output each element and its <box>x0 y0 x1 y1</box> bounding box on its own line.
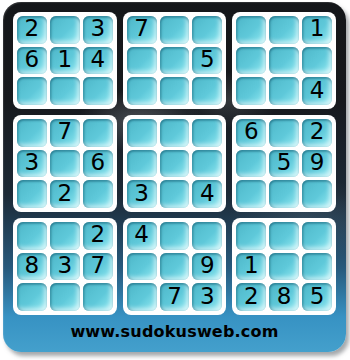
cell-r4c9[interactable]: 2 <box>302 119 332 147</box>
cell-r1c4[interactable]: 7 <box>127 16 157 44</box>
cell-r6c9[interactable] <box>302 180 332 208</box>
cell-r5c7[interactable] <box>236 150 266 178</box>
box-3-3: 1285 <box>232 218 336 315</box>
cell-r6c5[interactable] <box>160 180 190 208</box>
box-3-2: 4973 <box>123 218 227 315</box>
box-3-1: 2837 <box>13 218 117 315</box>
cell-r7c2[interactable] <box>50 222 80 250</box>
cell-r4c3[interactable] <box>83 119 113 147</box>
cell-r7c1[interactable] <box>17 222 47 250</box>
cell-r9c4[interactable] <box>127 283 157 311</box>
cell-r9c6[interactable]: 3 <box>192 283 222 311</box>
cell-digit: 6 <box>244 120 259 143</box>
cell-digit: 3 <box>134 182 149 205</box>
cell-r6c3[interactable] <box>83 180 113 208</box>
cell-r5c4[interactable] <box>127 150 157 178</box>
cell-r1c7[interactable] <box>236 16 266 44</box>
cell-digit: 5 <box>310 285 325 308</box>
box-2-2: 34 <box>123 115 227 212</box>
cell-r8c1[interactable]: 8 <box>17 253 47 281</box>
cell-r6c7[interactable] <box>236 180 266 208</box>
cell-r6c8[interactable] <box>269 180 299 208</box>
cell-digit: 9 <box>310 151 325 174</box>
cell-digit: 1 <box>310 17 325 40</box>
cell-r4c7[interactable]: 6 <box>236 119 266 147</box>
cell-digit: 3 <box>90 17 105 40</box>
cell-r8c8[interactable] <box>269 253 299 281</box>
cell-r1c3[interactable]: 3 <box>83 16 113 44</box>
cell-r8c9[interactable] <box>302 253 332 281</box>
cell-r3c4[interactable] <box>127 77 157 105</box>
cell-r5c3[interactable]: 6 <box>83 150 113 178</box>
cell-r2c5[interactable] <box>160 47 190 75</box>
cell-r9c5[interactable]: 7 <box>160 283 190 311</box>
cell-r1c2[interactable] <box>50 16 80 44</box>
cell-digit: 4 <box>134 223 149 246</box>
cell-r8c6[interactable]: 9 <box>192 253 222 281</box>
cell-r6c4[interactable]: 3 <box>127 180 157 208</box>
cell-r7c4[interactable]: 4 <box>127 222 157 250</box>
box-1-1: 23614 <box>13 12 117 109</box>
cell-r9c1[interactable] <box>17 283 47 311</box>
cell-r3c8[interactable] <box>269 77 299 105</box>
cell-digit: 7 <box>167 285 182 308</box>
box-2-1: 7362 <box>13 115 117 212</box>
cell-r3c6[interactable] <box>192 77 222 105</box>
cell-r9c7[interactable]: 2 <box>236 283 266 311</box>
cell-r6c6[interactable]: 4 <box>192 180 222 208</box>
cell-digit: 4 <box>200 182 215 205</box>
cell-r8c3[interactable]: 7 <box>83 253 113 281</box>
cell-digit: 5 <box>277 151 292 174</box>
cell-r3c5[interactable] <box>160 77 190 105</box>
cell-digit: 6 <box>90 151 105 174</box>
cell-r1c6[interactable] <box>192 16 222 44</box>
cell-r3c2[interactable] <box>50 77 80 105</box>
cell-r7c5[interactable] <box>160 222 190 250</box>
cell-r5c2[interactable] <box>50 150 80 178</box>
cell-r9c2[interactable] <box>50 283 80 311</box>
cell-r1c1[interactable]: 2 <box>17 16 47 44</box>
cell-r5c5[interactable] <box>160 150 190 178</box>
box-1-3: 14 <box>232 12 336 109</box>
cell-r3c9[interactable]: 4 <box>302 77 332 105</box>
cell-r1c8[interactable] <box>269 16 299 44</box>
cell-r7c3[interactable]: 2 <box>83 222 113 250</box>
footer: www.sudokusweb.com <box>13 315 336 351</box>
cell-r2c2[interactable]: 1 <box>50 47 80 75</box>
cell-digit: 2 <box>244 285 259 308</box>
cell-r5c9[interactable]: 9 <box>302 150 332 178</box>
cell-r4c5[interactable] <box>160 119 190 147</box>
cell-r7c6[interactable] <box>192 222 222 250</box>
cell-r7c8[interactable] <box>269 222 299 250</box>
cell-r2c3[interactable]: 4 <box>83 47 113 75</box>
cell-r3c7[interactable] <box>236 77 266 105</box>
cell-digit: 7 <box>58 120 73 143</box>
cell-r2c4[interactable] <box>127 47 157 75</box>
cell-r8c4[interactable] <box>127 253 157 281</box>
cell-r8c2[interactable]: 3 <box>50 253 80 281</box>
box-2-3: 6259 <box>232 115 336 212</box>
cell-digit: 4 <box>310 79 325 102</box>
sudoku-frame: 2361475147362346259283749731285 www.sudo… <box>3 2 346 352</box>
cell-r4c6[interactable] <box>192 119 222 147</box>
cell-r9c9[interactable]: 5 <box>302 283 332 311</box>
cell-r8c5[interactable] <box>160 253 190 281</box>
sudoku-board: 2361475147362346259283749731285 <box>13 12 336 315</box>
cell-r2c7[interactable] <box>236 47 266 75</box>
cell-r4c4[interactable] <box>127 119 157 147</box>
cell-r6c2[interactable]: 2 <box>50 180 80 208</box>
cell-r3c1[interactable] <box>17 77 47 105</box>
cell-digit: 2 <box>90 223 105 246</box>
cell-r2c6[interactable]: 5 <box>192 47 222 75</box>
cell-digit: 8 <box>25 254 40 277</box>
cell-r9c8[interactable]: 8 <box>269 283 299 311</box>
cell-r3c3[interactable] <box>83 77 113 105</box>
cell-digit: 3 <box>58 254 73 277</box>
cell-r5c8[interactable]: 5 <box>269 150 299 178</box>
cell-digit: 5 <box>200 48 215 71</box>
cell-r5c1[interactable]: 3 <box>17 150 47 178</box>
cell-r1c9[interactable]: 1 <box>302 16 332 44</box>
cell-digit: 3 <box>200 285 215 308</box>
cell-r4c1[interactable] <box>17 119 47 147</box>
cell-digit: 8 <box>277 285 292 308</box>
cell-digit: 2 <box>310 120 325 143</box>
box-1-2: 75 <box>123 12 227 109</box>
cell-r8c7[interactable]: 1 <box>236 253 266 281</box>
cell-r5c6[interactable] <box>192 150 222 178</box>
cell-r7c7[interactable] <box>236 222 266 250</box>
cell-digit: 2 <box>58 182 73 205</box>
cell-digit: 9 <box>200 254 215 277</box>
cell-r4c8[interactable] <box>269 119 299 147</box>
cell-r2c9[interactable] <box>302 47 332 75</box>
site-url: www.sudokusweb.com <box>70 322 278 341</box>
cell-digit: 1 <box>244 254 259 277</box>
cell-r7c9[interactable] <box>302 222 332 250</box>
cell-r9c3[interactable] <box>83 283 113 311</box>
cell-digit: 7 <box>134 17 149 40</box>
cell-r2c8[interactable] <box>269 47 299 75</box>
cell-r1c5[interactable] <box>160 16 190 44</box>
cell-digit: 3 <box>25 151 40 174</box>
cell-r6c1[interactable] <box>17 180 47 208</box>
cell-digit: 4 <box>90 48 105 71</box>
cell-r4c2[interactable]: 7 <box>50 119 80 147</box>
cell-digit: 2 <box>25 17 40 40</box>
cell-digit: 7 <box>90 254 105 277</box>
cell-digit: 6 <box>25 48 40 71</box>
cell-r2c1[interactable]: 6 <box>17 47 47 75</box>
cell-digit: 1 <box>58 48 73 71</box>
